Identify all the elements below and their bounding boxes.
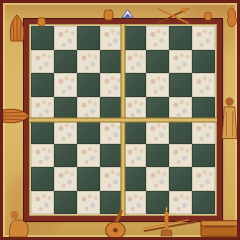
games-board-photo [0,0,240,240]
square-f6[interactable] [146,73,169,97]
square-h7[interactable] [192,50,215,74]
ornament-bird-top-right [224,5,239,29]
square-f2[interactable] [146,167,169,191]
ornament-shuttlecock-top [120,8,135,19]
square-a4[interactable] [31,120,54,144]
square-a1[interactable] [31,191,54,215]
square-b5[interactable] [54,97,77,121]
square-b7[interactable] [54,50,77,74]
square-h2[interactable] [192,167,215,191]
square-b6[interactable] [54,73,77,97]
square-e2[interactable] [123,167,146,191]
square-c4[interactable] [77,120,100,144]
square-g1[interactable] [169,191,192,215]
square-h3[interactable] [192,144,215,168]
board-frame [24,19,222,221]
square-a5[interactable] [31,97,54,121]
square-g5[interactable] [169,97,192,121]
square-b4[interactable] [54,120,77,144]
square-a6[interactable] [31,73,54,97]
square-a7[interactable] [31,50,54,74]
square-c6[interactable] [77,73,100,97]
square-h8[interactable] [192,26,215,50]
square-e3[interactable] [123,144,146,168]
square-e4[interactable] [123,120,146,144]
square-h1[interactable] [192,191,215,215]
square-b8[interactable] [54,26,77,50]
square-h6[interactable] [192,73,215,97]
square-f1[interactable] [146,191,169,215]
square-g7[interactable] [169,50,192,74]
square-f4[interactable] [146,120,169,144]
square-a8[interactable] [31,26,54,50]
square-g6[interactable] [169,73,192,97]
square-g8[interactable] [169,26,192,50]
square-g4[interactable] [169,120,192,144]
square-c1[interactable] [77,191,100,215]
square-a2[interactable] [31,167,54,191]
square-e6[interactable] [123,73,146,97]
square-f8[interactable] [146,26,169,50]
square-f3[interactable] [146,144,169,168]
square-c5[interactable] [77,97,100,121]
square-h4[interactable] [192,120,215,144]
ornament-statue-right [220,96,239,141]
square-e1[interactable] [123,191,146,215]
square-f7[interactable] [146,50,169,74]
square-g2[interactable] [169,167,192,191]
square-b2[interactable] [54,167,77,191]
square-c7[interactable] [77,50,100,74]
square-b3[interactable] [54,144,77,168]
square-e7[interactable] [123,50,146,74]
square-c3[interactable] [77,144,100,168]
fold-line-horizontal [29,118,217,123]
square-g3[interactable] [169,144,192,168]
square-a3[interactable] [31,144,54,168]
square-h5[interactable] [192,97,215,121]
square-f5[interactable] [146,97,169,121]
square-e8[interactable] [123,26,146,50]
square-c2[interactable] [77,167,100,191]
square-b1[interactable] [54,191,77,215]
square-e5[interactable] [123,97,146,121]
square-c8[interactable] [77,26,100,50]
